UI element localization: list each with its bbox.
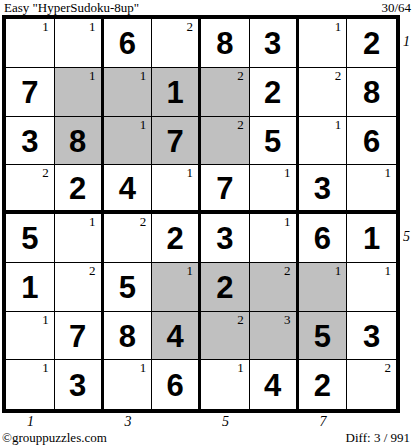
cell-r5c3[interactable]: 2	[104, 214, 153, 263]
given-digit: 3	[314, 173, 331, 204]
cell-r8c4[interactable]: 6	[152, 360, 201, 409]
puzzle-page: Easy "HyperSudoku-8up" 30/64 11628312711…	[0, 0, 412, 447]
cell-r7c7[interactable]: 5	[299, 312, 348, 361]
cell-r2c5[interactable]: 2	[201, 68, 250, 117]
pencil-mark: 2	[42, 165, 49, 180]
pencil-mark: 1	[42, 360, 49, 375]
pencil-mark: 2	[140, 214, 147, 229]
col-label-5: 5	[220, 414, 230, 430]
cell-r2c4[interactable]: 1	[152, 68, 201, 117]
given-digit: 2	[314, 370, 331, 401]
given-digit: 6	[167, 370, 184, 401]
cell-r6c5[interactable]: 2	[201, 263, 250, 312]
given-digit: 6	[363, 126, 380, 157]
given-digit: 6	[119, 28, 136, 59]
cell-r1c2[interactable]: 1	[55, 19, 104, 68]
cell-r6c1[interactable]: 1	[6, 263, 55, 312]
pencil-mark: 1	[385, 263, 392, 278]
pencil-mark: 2	[284, 263, 291, 278]
pencil-mark: 1	[187, 263, 194, 278]
pencil-mark: 1	[284, 214, 291, 229]
cell-r5c5[interactable]: 3	[201, 214, 250, 263]
pencil-mark: 1	[89, 214, 96, 229]
pencil-mark: 1	[335, 19, 342, 34]
given-digit: 2	[167, 223, 184, 254]
given-digit: 1	[21, 272, 38, 303]
cell-r8c2[interactable]: 3	[55, 360, 104, 409]
sudoku-board: 1162831271112228381725162241713151223161…	[2, 15, 400, 413]
given-digit: 4	[264, 370, 281, 401]
cell-r7c5[interactable]: 2	[201, 312, 250, 361]
cell-r4c2[interactable]: 2	[55, 165, 104, 214]
cell-r1c7[interactable]: 1	[299, 19, 348, 68]
given-digit: 7	[167, 126, 184, 157]
cell-r6c3[interactable]: 5	[104, 263, 153, 312]
pencil-mark: 1	[284, 165, 291, 180]
pencil-mark: 1	[335, 117, 342, 132]
given-digit: 6	[314, 223, 331, 254]
cell-r6c6[interactable]: 2	[250, 263, 299, 312]
cell-r3c1[interactable]: 3	[6, 117, 55, 166]
cell-r1c6[interactable]: 3	[250, 19, 299, 68]
given-digit: 3	[69, 370, 86, 401]
pencil-mark: 1	[140, 117, 147, 132]
pencil-mark: 3	[284, 312, 291, 327]
cell-r4c3[interactable]: 4	[104, 165, 153, 214]
pencil-mark: 2	[89, 263, 96, 278]
pencil-mark: 1	[42, 312, 49, 327]
cell-r2c3[interactable]: 1	[104, 68, 153, 117]
given-digit: 5	[21, 223, 38, 254]
cell-r8c1[interactable]: 1	[6, 360, 55, 409]
copyright-text: ©grouppuzzles.com	[2, 430, 107, 446]
given-digit: 7	[216, 173, 233, 204]
cell-r4c8[interactable]: 1	[347, 165, 396, 214]
given-digit: 5	[119, 272, 136, 303]
pencil-mark: 2	[187, 19, 194, 34]
cell-r7c1[interactable]: 1	[6, 312, 55, 361]
cell-r2c6[interactable]: 2	[250, 68, 299, 117]
cell-r3c3[interactable]: 1	[104, 117, 153, 166]
given-digit: 1	[363, 223, 380, 254]
given-digit: 2	[216, 272, 233, 303]
cell-r3c7[interactable]: 1	[299, 117, 348, 166]
given-digit: 8	[363, 77, 380, 108]
col-label-3: 3	[123, 414, 133, 430]
cell-r1c5[interactable]: 8	[201, 19, 250, 68]
pencil-mark: 1	[89, 68, 96, 83]
cell-r4c5[interactable]: 7	[201, 165, 250, 214]
cell-r7c2[interactable]: 7	[55, 312, 104, 361]
pencil-mark: 1	[237, 360, 244, 375]
cell-r1c1[interactable]: 1	[6, 19, 55, 68]
cell-r6c8[interactable]: 1	[347, 263, 396, 312]
cell-r3c6[interactable]: 5	[250, 117, 299, 166]
given-digit: 2	[363, 28, 380, 59]
cell-r5c1[interactable]: 5	[6, 214, 55, 263]
pencil-mark: 1	[187, 165, 194, 180]
given-digit: 3	[363, 321, 380, 352]
given-digit: 8	[216, 28, 233, 59]
pencil-mark: 1	[89, 19, 96, 34]
cell-r4c1[interactable]: 2	[6, 165, 55, 214]
cell-r3c5[interactable]: 2	[201, 117, 250, 166]
cell-r7c3[interactable]: 8	[104, 312, 153, 361]
given-digit: 4	[119, 173, 136, 204]
given-digit: 2	[69, 173, 86, 204]
given-digit: 7	[69, 321, 86, 352]
cell-r2c7[interactable]: 2	[299, 68, 348, 117]
cell-r1c8[interactable]: 2	[347, 19, 396, 68]
given-digit: 2	[264, 77, 281, 108]
page-title: Easy "HyperSudoku-8up"	[4, 0, 139, 16]
given-digit: 3	[264, 28, 281, 59]
cell-r7c6[interactable]: 3	[250, 312, 299, 361]
pencil-mark: 1	[385, 165, 392, 180]
col-label-7: 7	[318, 414, 328, 430]
cell-r4c7[interactable]: 3	[299, 165, 348, 214]
given-digit: 7	[21, 77, 38, 108]
pencil-mark: 2	[385, 360, 392, 375]
cell-r4c6[interactable]: 1	[250, 165, 299, 214]
cell-r5c7[interactable]: 6	[299, 214, 348, 263]
row-label-5: 5	[403, 229, 412, 245]
cell-r3c4[interactable]: 7	[152, 117, 201, 166]
pencil-mark: 1	[140, 68, 147, 83]
cell-r5c4[interactable]: 2	[152, 214, 201, 263]
given-digit: 3	[216, 223, 233, 254]
given-digit: 4	[167, 321, 184, 352]
pencil-mark: 1	[335, 263, 342, 278]
pencil-mark: 2	[237, 117, 244, 132]
row-label-1: 1	[403, 34, 412, 50]
cell-r2c2[interactable]: 1	[55, 68, 104, 117]
cell-r1c3[interactable]: 6	[104, 19, 153, 68]
pencil-mark: 1	[140, 360, 147, 375]
cell-r2c1[interactable]: 7	[6, 68, 55, 117]
given-digit: 1	[167, 77, 184, 108]
given-digit: 5	[264, 126, 281, 157]
cell-r5c2[interactable]: 1	[55, 214, 104, 263]
cell-r5c8[interactable]: 1	[347, 214, 396, 263]
pencil-mark: 1	[42, 19, 49, 34]
cell-r2c8[interactable]: 8	[347, 68, 396, 117]
cell-r8c7[interactable]: 2	[299, 360, 348, 409]
cell-r1c4[interactable]: 2	[152, 19, 201, 68]
cell-r7c8[interactable]: 3	[347, 312, 396, 361]
cell-r7c4[interactable]: 4	[152, 312, 201, 361]
cell-r8c6[interactable]: 4	[250, 360, 299, 409]
difficulty-text: Diff: 3 / 991	[346, 430, 410, 446]
given-digit: 3	[21, 126, 38, 157]
cell-r6c2[interactable]: 2	[55, 263, 104, 312]
cell-r8c3[interactable]: 1	[104, 360, 153, 409]
cell-r3c8[interactable]: 6	[347, 117, 396, 166]
given-digit: 8	[69, 126, 86, 157]
cell-r4c4[interactable]: 1	[152, 165, 201, 214]
pencil-mark: 2	[237, 68, 244, 83]
puzzle-counter: 30/64	[381, 0, 411, 16]
pencil-mark: 2	[335, 68, 342, 83]
given-digit: 5	[314, 321, 331, 352]
pencil-mark: 2	[237, 312, 244, 327]
given-digit: 8	[119, 321, 136, 352]
cell-r5c6[interactable]: 1	[250, 214, 299, 263]
cell-r8c5[interactable]: 1	[201, 360, 250, 409]
cell-r8c8[interactable]: 2	[347, 360, 396, 409]
col-label-1: 1	[25, 414, 35, 430]
cell-r6c4[interactable]: 1	[152, 263, 201, 312]
cell-r3c2[interactable]: 8	[55, 117, 104, 166]
cell-r6c7[interactable]: 1	[299, 263, 348, 312]
